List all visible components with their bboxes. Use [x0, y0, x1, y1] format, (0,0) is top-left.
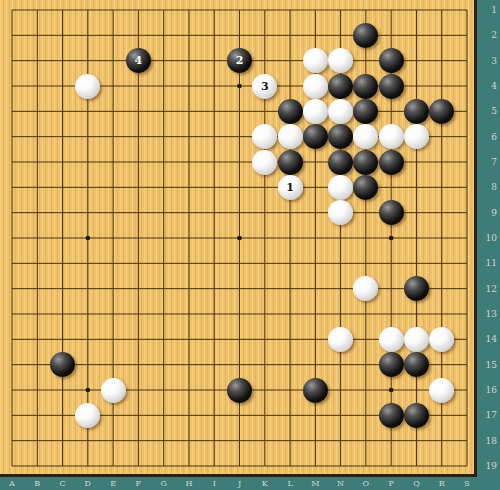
row-label: 3: [477, 56, 497, 66]
column-label: J: [233, 479, 247, 488]
stone-black: 4: [126, 48, 151, 73]
row-label: 5: [477, 106, 497, 116]
column-label: D: [81, 479, 95, 488]
row-label: 18: [477, 436, 497, 446]
stone-black: [379, 48, 404, 73]
column-label: A: [5, 479, 19, 488]
stone-white: 3: [252, 74, 277, 99]
stone-black: [227, 378, 252, 403]
row-label: 13: [477, 309, 497, 319]
move-number-label: 2: [236, 55, 244, 66]
column-label: L: [283, 479, 297, 488]
stone-white: [379, 327, 404, 352]
row-label: 14: [477, 334, 497, 344]
move-number-label: 4: [135, 55, 143, 66]
column-label: O: [359, 479, 373, 488]
stone-white: [328, 327, 353, 352]
stone-black: [379, 74, 404, 99]
stone-white: [278, 124, 303, 149]
stone-black: [353, 74, 378, 99]
stone-white: 1: [278, 175, 303, 200]
column-label: B: [30, 479, 44, 488]
stone-black: [379, 150, 404, 175]
stone-white: [379, 124, 404, 149]
row-label: 12: [477, 284, 497, 294]
stone-white: [75, 403, 100, 428]
stone-black: [353, 150, 378, 175]
stone-white: [75, 74, 100, 99]
stone-white: [101, 378, 126, 403]
stone-white: [303, 48, 328, 73]
column-label: K: [258, 479, 272, 488]
stone-black: [429, 99, 454, 124]
stone-black: [328, 150, 353, 175]
row-label: 7: [477, 157, 497, 167]
stone-white: [328, 99, 353, 124]
column-label: C: [56, 479, 70, 488]
stone-black: [404, 99, 429, 124]
stone-black: [278, 99, 303, 124]
go-client-window: 4231 12345678910111213141516171819 ABCDE…: [0, 0, 500, 490]
stone-white: [404, 124, 429, 149]
row-label: 17: [477, 410, 497, 420]
stone-black: [303, 124, 328, 149]
row-label: 16: [477, 385, 497, 395]
move-number-label: 3: [261, 81, 269, 92]
row-label: 1: [477, 5, 497, 15]
stone-black: [404, 276, 429, 301]
column-label: G: [157, 479, 171, 488]
row-label: 9: [477, 208, 497, 218]
stone-black: [379, 403, 404, 428]
row-label: 19: [477, 461, 497, 471]
column-label: Q: [409, 479, 423, 488]
move-number-label: 1: [286, 182, 294, 193]
row-label: 15: [477, 360, 497, 370]
stone-black: [379, 352, 404, 377]
column-label: P: [384, 479, 398, 488]
stone-black: [404, 352, 429, 377]
row-label: 10: [477, 233, 497, 243]
row-label: 4: [477, 81, 497, 91]
column-label: S: [460, 479, 474, 488]
stone-white: [404, 327, 429, 352]
column-label: R: [435, 479, 449, 488]
column-label: E: [106, 479, 120, 488]
column-coordinate-strip: ABCDEFGHIJKLMNOPQRS: [0, 477, 477, 490]
column-label: H: [182, 479, 196, 488]
row-label: 8: [477, 182, 497, 192]
stone-black: [404, 403, 429, 428]
column-label: F: [131, 479, 145, 488]
go-board[interactable]: 4231: [0, 0, 477, 477]
stone-black: 2: [227, 48, 252, 73]
row-label: 11: [477, 258, 497, 268]
column-label: I: [207, 479, 221, 488]
stone-black: [303, 378, 328, 403]
row-coordinate-strip: 12345678910111213141516171819: [477, 0, 500, 490]
stone-white: [303, 99, 328, 124]
column-label: N: [334, 479, 348, 488]
row-label: 2: [477, 30, 497, 40]
stone-white: [303, 74, 328, 99]
stone-black: [328, 74, 353, 99]
stone-white: [328, 175, 353, 200]
stone-white: [252, 150, 277, 175]
column-label: M: [308, 479, 322, 488]
row-label: 6: [477, 132, 497, 142]
stone-white: [429, 327, 454, 352]
stone-black: [278, 150, 303, 175]
stone-black: [379, 200, 404, 225]
stone-white: [429, 378, 454, 403]
